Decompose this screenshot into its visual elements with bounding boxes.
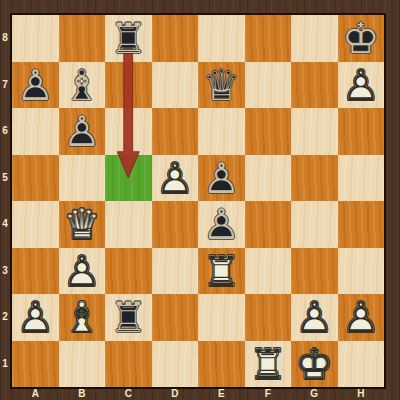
file-label-d: D bbox=[152, 388, 199, 400]
square-d7[interactable] bbox=[152, 62, 199, 109]
square-h4[interactable] bbox=[338, 201, 385, 248]
square-a4[interactable] bbox=[12, 201, 59, 248]
piece-black-pawn-e5[interactable]: ♟♙ bbox=[198, 155, 245, 202]
square-d3[interactable] bbox=[152, 248, 199, 295]
square-c7[interactable] bbox=[105, 62, 152, 109]
chess-board: ♜♖♚♔♟♙♝♗♛♕♟♙♟♙♟♙♟♙♛♕♟♙♟♙♜♖♟♙♝♗♜♖♟♙♟♙♜♖♚♔ bbox=[10, 13, 386, 389]
square-g4[interactable] bbox=[291, 201, 338, 248]
piece-white-bishop-b2[interactable]: ♝♗ bbox=[59, 294, 106, 341]
wooden-frame: ♜♖♚♔♟♙♝♗♛♕♟♙♟♙♟♙♟♙♛♕♟♙♟♙♜♖♟♙♝♗♜♖♟♙♟♙♜♖♚♔… bbox=[0, 0, 400, 400]
file-label-g: G bbox=[291, 388, 338, 400]
square-d6[interactable] bbox=[152, 108, 199, 155]
square-c1[interactable] bbox=[105, 341, 152, 388]
square-a6[interactable] bbox=[12, 108, 59, 155]
piece-black-queen-e7[interactable]: ♛♕ bbox=[198, 62, 245, 109]
square-b1[interactable] bbox=[59, 341, 106, 388]
piece-white-pawn-h7[interactable]: ♟♙ bbox=[338, 62, 385, 109]
square-g8[interactable] bbox=[291, 15, 338, 62]
square-c3[interactable] bbox=[105, 248, 152, 295]
piece-black-pawn-b6[interactable]: ♟♙ bbox=[59, 108, 106, 155]
piece-white-pawn-a2[interactable]: ♟♙ bbox=[12, 294, 59, 341]
square-h6[interactable] bbox=[338, 108, 385, 155]
piece-white-pawn-b3[interactable]: ♟♙ bbox=[59, 248, 106, 295]
square-d4[interactable] bbox=[152, 201, 199, 248]
square-b5[interactable] bbox=[59, 155, 106, 202]
square-e2[interactable] bbox=[198, 294, 245, 341]
square-f6[interactable] bbox=[245, 108, 292, 155]
file-label-b: B bbox=[59, 388, 106, 400]
rank-label-4: 4 bbox=[0, 201, 10, 248]
square-d2[interactable] bbox=[152, 294, 199, 341]
square-f4[interactable] bbox=[245, 201, 292, 248]
square-a3[interactable] bbox=[12, 248, 59, 295]
square-g3[interactable] bbox=[291, 248, 338, 295]
piece-white-rook-f1[interactable]: ♜♖ bbox=[245, 341, 292, 388]
square-f8[interactable] bbox=[245, 15, 292, 62]
rank-label-8: 8 bbox=[0, 15, 10, 62]
square-h1[interactable] bbox=[338, 341, 385, 388]
piece-white-queen-b4[interactable]: ♛♕ bbox=[59, 201, 106, 248]
square-c4[interactable] bbox=[105, 201, 152, 248]
square-a8[interactable] bbox=[12, 15, 59, 62]
rank-label-5: 5 bbox=[0, 155, 10, 202]
square-g5[interactable] bbox=[291, 155, 338, 202]
square-h3[interactable] bbox=[338, 248, 385, 295]
file-label-e: E bbox=[198, 388, 245, 400]
piece-white-pawn-g2[interactable]: ♟♙ bbox=[291, 294, 338, 341]
square-g6[interactable] bbox=[291, 108, 338, 155]
piece-black-pawn-e4[interactable]: ♟♙ bbox=[198, 201, 245, 248]
rank-label-6: 6 bbox=[0, 108, 10, 155]
piece-white-pawn-d5[interactable]: ♟♙ bbox=[152, 155, 199, 202]
file-label-a: A bbox=[12, 388, 59, 400]
square-f2[interactable] bbox=[245, 294, 292, 341]
piece-black-rook-c8[interactable]: ♜♖ bbox=[105, 15, 152, 62]
square-a5[interactable] bbox=[12, 155, 59, 202]
piece-black-pawn-a7[interactable]: ♟♙ bbox=[12, 62, 59, 109]
square-f7[interactable] bbox=[245, 62, 292, 109]
piece-black-rook-c2[interactable]: ♜♖ bbox=[105, 294, 152, 341]
square-d1[interactable] bbox=[152, 341, 199, 388]
file-label-h: H bbox=[338, 388, 385, 400]
square-a1[interactable] bbox=[12, 341, 59, 388]
file-label-f: F bbox=[245, 388, 292, 400]
piece-white-rook-e3[interactable]: ♜♖ bbox=[198, 248, 245, 295]
square-g7[interactable] bbox=[291, 62, 338, 109]
square-d8[interactable] bbox=[152, 15, 199, 62]
file-label-c: C bbox=[105, 388, 152, 400]
piece-black-king-h8[interactable]: ♚♔ bbox=[338, 15, 385, 62]
square-h5[interactable] bbox=[338, 155, 385, 202]
square-c6[interactable] bbox=[105, 108, 152, 155]
piece-black-bishop-b7[interactable]: ♝♗ bbox=[59, 62, 106, 109]
square-b8[interactable] bbox=[59, 15, 106, 62]
square-e1[interactable] bbox=[198, 341, 245, 388]
square-f5[interactable] bbox=[245, 155, 292, 202]
piece-white-king-g1[interactable]: ♚♔ bbox=[291, 341, 338, 388]
rank-label-7: 7 bbox=[0, 62, 10, 109]
rank-label-3: 3 bbox=[0, 248, 10, 295]
piece-white-pawn-h2[interactable]: ♟♙ bbox=[338, 294, 385, 341]
rank-label-2: 2 bbox=[0, 294, 10, 341]
square-e8[interactable] bbox=[198, 15, 245, 62]
square-f3[interactable] bbox=[245, 248, 292, 295]
square-e6[interactable] bbox=[198, 108, 245, 155]
square-c5[interactable] bbox=[105, 155, 152, 202]
rank-label-1: 1 bbox=[0, 341, 10, 388]
